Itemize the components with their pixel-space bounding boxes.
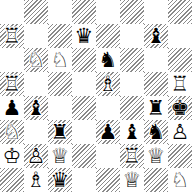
- square-f6[interactable]: [120, 48, 144, 72]
- square-h4[interactable]: ♚: [168, 96, 192, 120]
- square-e1[interactable]: [96, 168, 120, 192]
- square-b6[interactable]: ♘: [24, 48, 48, 72]
- square-g7[interactable]: ♝: [144, 24, 168, 48]
- square-g4[interactable]: ♜: [144, 96, 168, 120]
- square-h8[interactable]: [168, 0, 192, 24]
- square-a3[interactable]: ♘: [0, 120, 24, 144]
- square-h5[interactable]: ♖: [168, 72, 192, 96]
- square-b3[interactable]: [24, 120, 48, 144]
- black-rook-piece[interactable]: ♜: [51, 120, 70, 144]
- square-h3[interactable]: ♙: [168, 120, 192, 144]
- white-knight-piece[interactable]: ♘: [3, 120, 22, 144]
- square-g1[interactable]: [144, 168, 168, 192]
- square-g3[interactable]: ♞: [144, 120, 168, 144]
- square-g2[interactable]: ♕: [144, 144, 168, 168]
- square-c8[interactable]: [48, 0, 72, 24]
- square-b5[interactable]: [24, 72, 48, 96]
- square-a8[interactable]: [0, 0, 24, 24]
- square-d3[interactable]: [72, 120, 96, 144]
- square-d1[interactable]: [72, 168, 96, 192]
- white-queen-piece[interactable]: ♕: [51, 144, 70, 168]
- black-pawn-piece[interactable]: ♟: [99, 120, 118, 144]
- black-bishop-piece[interactable]: ♝: [147, 24, 166, 48]
- square-c6[interactable]: ♘: [48, 48, 72, 72]
- square-c5[interactable]: [48, 72, 72, 96]
- square-e8[interactable]: [96, 0, 120, 24]
- white-bishop-piece[interactable]: ♗: [99, 72, 118, 96]
- square-f1[interactable]: ♕: [120, 168, 144, 192]
- square-d8[interactable]: [72, 0, 96, 24]
- black-knight-piece[interactable]: ♞: [99, 48, 118, 72]
- square-f8[interactable]: [120, 0, 144, 24]
- square-c3[interactable]: ♜: [48, 120, 72, 144]
- white-rook-piece[interactable]: ♖: [171, 72, 190, 96]
- black-bishop-piece[interactable]: ♝: [27, 96, 46, 120]
- square-d7[interactable]: ♛: [72, 24, 96, 48]
- square-d6[interactable]: [72, 48, 96, 72]
- square-b8[interactable]: [24, 0, 48, 24]
- square-a6[interactable]: [0, 48, 24, 72]
- square-g5[interactable]: [144, 72, 168, 96]
- square-e4[interactable]: [96, 96, 120, 120]
- white-knight-piece[interactable]: ♘: [171, 168, 190, 192]
- square-c1[interactable]: ♛: [48, 168, 72, 192]
- black-king-piece[interactable]: ♚: [171, 96, 190, 120]
- square-c4[interactable]: [48, 96, 72, 120]
- square-f4[interactable]: [120, 96, 144, 120]
- square-a2[interactable]: ♔: [0, 144, 24, 168]
- square-h1[interactable]: ♘: [168, 168, 192, 192]
- square-c2[interactable]: ♕: [48, 144, 72, 168]
- white-knight-piece[interactable]: ♘: [51, 48, 70, 72]
- square-a5[interactable]: ♖: [0, 72, 24, 96]
- square-h6[interactable]: [168, 48, 192, 72]
- black-queen-piece[interactable]: ♛: [51, 168, 70, 192]
- square-e6[interactable]: ♞: [96, 48, 120, 72]
- white-rook-piece[interactable]: ♖: [3, 72, 22, 96]
- square-f2[interactable]: ♖: [120, 144, 144, 168]
- black-knight-piece[interactable]: ♞: [147, 120, 166, 144]
- black-bishop-piece[interactable]: ♝: [123, 120, 142, 144]
- square-a7[interactable]: ♖: [0, 24, 24, 48]
- square-f5[interactable]: [120, 72, 144, 96]
- white-queen-piece[interactable]: ♕: [147, 144, 166, 168]
- square-h2[interactable]: [168, 144, 192, 168]
- square-a4[interactable]: ♟: [0, 96, 24, 120]
- square-c7[interactable]: [48, 24, 72, 48]
- square-d4[interactable]: [72, 96, 96, 120]
- square-e3[interactable]: ♟: [96, 120, 120, 144]
- black-pawn-piece[interactable]: ♟: [3, 96, 22, 120]
- square-g8[interactable]: [144, 0, 168, 24]
- square-b1[interactable]: ♗: [24, 168, 48, 192]
- square-h7[interactable]: [168, 24, 192, 48]
- white-bishop-piece[interactable]: ♗: [27, 168, 46, 192]
- square-d2[interactable]: [72, 144, 96, 168]
- square-f3[interactable]: ♝: [120, 120, 144, 144]
- white-pawn-piece[interactable]: ♙: [171, 120, 190, 144]
- square-b7[interactable]: [24, 24, 48, 48]
- white-queen-piece[interactable]: ♕: [123, 168, 142, 192]
- white-rook-piece[interactable]: ♖: [3, 24, 22, 48]
- square-f7[interactable]: [120, 24, 144, 48]
- square-d5[interactable]: [72, 72, 96, 96]
- square-b4[interactable]: ♝: [24, 96, 48, 120]
- black-rook-piece[interactable]: ♜: [147, 96, 166, 120]
- square-g6[interactable]: [144, 48, 168, 72]
- square-e7[interactable]: [96, 24, 120, 48]
- white-king-piece[interactable]: ♔: [3, 144, 22, 168]
- black-queen-piece[interactable]: ♛: [75, 24, 94, 48]
- square-a1[interactable]: [0, 168, 24, 192]
- square-b2[interactable]: ♙: [24, 144, 48, 168]
- square-e5[interactable]: ♗: [96, 72, 120, 96]
- chess-board: ♖♛♝♘♘♞♖♗♖♟♝♜♚♘♜♟♝♞♙♔♙♕♖♕♗♛♕♘: [0, 0, 192, 192]
- square-e2[interactable]: [96, 144, 120, 168]
- white-rook-piece[interactable]: ♖: [123, 144, 142, 168]
- white-knight-piece[interactable]: ♘: [27, 48, 46, 72]
- white-pawn-piece[interactable]: ♙: [27, 144, 46, 168]
